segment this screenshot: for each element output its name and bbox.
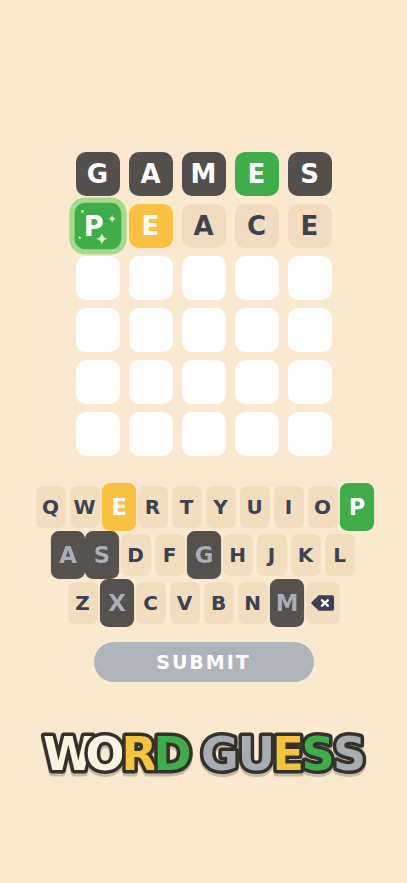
sparkle-icon: ✦ [94, 231, 108, 248]
board-tile [235, 412, 279, 456]
key-a[interactable]: A [50, 531, 84, 579]
board-tile [129, 256, 173, 300]
key-n[interactable]: N [238, 582, 268, 624]
key-k[interactable]: K [291, 534, 321, 576]
logo-letter: O [86, 727, 125, 781]
board-tile [76, 412, 120, 456]
game-logo: W O R D G U E S S [0, 720, 407, 788]
board-tile: G [76, 152, 120, 196]
keyboard-row-2: A S D F G H J K L [53, 534, 355, 576]
logo-letter: R [122, 727, 157, 781]
board-tile: C [235, 204, 279, 248]
keyboard-row-3: Z X C V B N M [68, 582, 340, 624]
board-tile [288, 360, 332, 404]
word-grid: G A M E S P ✦ ✦ • • E A C E [76, 152, 332, 456]
sparkle-dot-icon: • [77, 234, 81, 240]
backspace-icon [310, 594, 335, 612]
board-tile: E [288, 204, 332, 248]
board-tile [288, 412, 332, 456]
key-v[interactable]: V [170, 582, 200, 624]
logo-letter: U [238, 727, 275, 781]
key-backspace[interactable] [306, 582, 340, 624]
board-tile-hint-revealed: P ✦ ✦ • • [74, 203, 121, 250]
key-u[interactable]: U [240, 486, 270, 528]
board-tile: E [129, 204, 173, 248]
key-g[interactable]: G [186, 531, 220, 579]
board-tile: M [182, 152, 226, 196]
board-tile [129, 360, 173, 404]
board-tile: E [235, 152, 279, 196]
key-r[interactable]: R [138, 486, 168, 528]
key-t[interactable]: T [172, 486, 202, 528]
key-d[interactable]: D [121, 534, 151, 576]
board-tile [288, 256, 332, 300]
key-h[interactable]: H [223, 534, 253, 576]
key-y[interactable]: Y [206, 486, 236, 528]
key-z[interactable]: Z [68, 582, 98, 624]
board-tile [182, 360, 226, 404]
board-tile [235, 360, 279, 404]
key-l[interactable]: L [325, 534, 355, 576]
key-c[interactable]: C [136, 582, 166, 624]
board-tile [235, 256, 279, 300]
sparkle-dot-icon: • [79, 209, 84, 216]
key-f[interactable]: F [155, 534, 185, 576]
keyboard-row-1: Q W E R T Y U I O P [36, 486, 372, 528]
board-tile [182, 256, 226, 300]
key-m[interactable]: M [269, 579, 303, 627]
logo-letter: S [301, 727, 334, 781]
key-i[interactable]: I [274, 486, 304, 528]
board-tile [129, 412, 173, 456]
key-s[interactable]: S [84, 531, 118, 579]
board-tile [235, 308, 279, 352]
key-p[interactable]: P [339, 483, 373, 531]
key-w[interactable]: W [70, 486, 100, 528]
board-tile: A [129, 152, 173, 196]
key-j[interactable]: J [257, 534, 287, 576]
key-o[interactable]: O [308, 486, 338, 528]
board-tile [129, 308, 173, 352]
key-b[interactable]: B [204, 582, 234, 624]
board-tile [182, 412, 226, 456]
logo-letter: S [333, 727, 366, 781]
sparkle-icon: ✦ [107, 213, 117, 225]
on-screen-keyboard: Q W E R T Y U I O P A S D F G H J K L Z … [36, 486, 372, 624]
board-tile [76, 256, 120, 300]
board-tile [182, 308, 226, 352]
board-tile [76, 308, 120, 352]
submit-button[interactable]: SUBMIT [94, 642, 314, 682]
board-tile: S [288, 152, 332, 196]
key-e[interactable]: E [101, 483, 135, 531]
board-tile [76, 360, 120, 404]
logo-letter: E [272, 727, 303, 781]
board-tile: A [182, 204, 226, 248]
logo-letter: D [154, 727, 192, 781]
board-tile [288, 308, 332, 352]
key-q[interactable]: Q [36, 486, 66, 528]
logo-letter: G [201, 727, 239, 781]
key-x[interactable]: X [99, 579, 133, 627]
